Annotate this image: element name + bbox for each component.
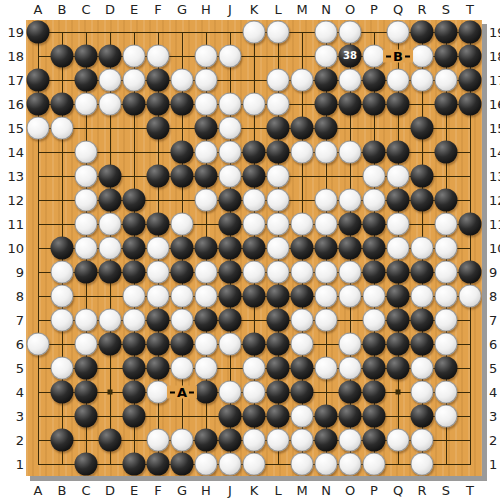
- black-stone: [75, 261, 98, 284]
- row-label-right: 13: [489, 170, 500, 183]
- row-label-right: 8: [489, 290, 497, 303]
- label-dash: [405, 55, 410, 57]
- black-stone: [411, 333, 434, 356]
- black-stone: [219, 261, 242, 284]
- black-stone: [171, 453, 194, 476]
- column-label-bottom: D: [105, 484, 115, 497]
- black-stone: [267, 285, 290, 308]
- white-stone: [435, 405, 458, 428]
- white-stone: [411, 285, 434, 308]
- row-label-left: 11: [7, 218, 24, 231]
- white-stone: [315, 21, 338, 44]
- column-label-top: R: [417, 3, 426, 16]
- black-stone: [363, 237, 386, 260]
- white-stone: [339, 285, 362, 308]
- black-stone: [315, 405, 338, 428]
- column-label-top: L: [274, 3, 281, 16]
- row-label-left: 19: [7, 26, 24, 39]
- white-stone: [339, 261, 362, 284]
- white-stone: [267, 21, 290, 44]
- row-label-right: 3: [489, 410, 497, 423]
- white-stone: [315, 261, 338, 284]
- black-stone: [147, 213, 170, 236]
- move-number-label: 38: [343, 51, 357, 61]
- black-stone: [123, 189, 146, 212]
- row-label-right: 14: [489, 146, 500, 159]
- black-stone: [339, 213, 362, 236]
- black-stone: [99, 261, 122, 284]
- white-stone: [171, 213, 194, 236]
- black-stone: [363, 93, 386, 116]
- column-label-top: E: [130, 3, 138, 16]
- white-stone: [291, 429, 314, 452]
- column-label-bottom: J: [228, 484, 232, 497]
- white-stone: [243, 453, 266, 476]
- row-label-left: 3: [16, 410, 24, 423]
- black-stone: [27, 21, 50, 44]
- white-stone: [147, 237, 170, 260]
- white-stone: [435, 213, 458, 236]
- column-label-bottom: N: [321, 484, 331, 497]
- black-stone: [387, 285, 410, 308]
- white-stone: [435, 261, 458, 284]
- white-stone: [339, 429, 362, 452]
- column-label-top: A: [34, 3, 43, 16]
- black-stone: [171, 333, 194, 356]
- white-stone: [363, 453, 386, 476]
- black-stone: [171, 141, 194, 164]
- black-stone: [315, 93, 338, 116]
- white-stone: [387, 165, 410, 188]
- black-stone: [387, 357, 410, 380]
- white-stone: [51, 357, 74, 380]
- column-label-bottom: P: [370, 484, 378, 497]
- black-stone: [75, 69, 98, 92]
- white-stone: [411, 453, 434, 476]
- black-stone: [291, 117, 314, 140]
- black-stone: [51, 381, 74, 404]
- black-stone: [243, 285, 266, 308]
- white-stone: [219, 165, 242, 188]
- board-shadow-bottom: [30, 476, 482, 481]
- row-label-left: 15: [7, 122, 24, 135]
- black-stone: [171, 237, 194, 260]
- white-stone: [195, 93, 218, 116]
- black-stone: [363, 381, 386, 404]
- black-stone: [147, 93, 170, 116]
- white-stone: [267, 165, 290, 188]
- white-stone: [435, 333, 458, 356]
- white-stone: [99, 213, 122, 236]
- star-point: [108, 390, 113, 395]
- black-stone: [459, 21, 482, 44]
- white-stone: [51, 309, 74, 332]
- black-stone: [339, 237, 362, 260]
- black-stone: [411, 189, 434, 212]
- black-stone: [267, 117, 290, 140]
- white-stone: [195, 45, 218, 68]
- black-stone: [75, 357, 98, 380]
- row-label-left: 18: [7, 50, 24, 63]
- white-stone: [243, 21, 266, 44]
- column-label-top: H: [201, 3, 211, 16]
- black-stone: [51, 237, 74, 260]
- black-stone: [459, 213, 482, 236]
- black-stone: [123, 213, 146, 236]
- white-stone: [315, 189, 338, 212]
- black-stone: [315, 429, 338, 452]
- black-stone: [435, 93, 458, 116]
- white-stone: [219, 117, 242, 140]
- white-stone: [99, 237, 122, 260]
- black-stone: [75, 405, 98, 428]
- label-dash: [189, 391, 194, 393]
- white-stone: [291, 141, 314, 164]
- column-label-top: G: [177, 3, 187, 16]
- black-stone: [411, 21, 434, 44]
- white-stone: [243, 213, 266, 236]
- column-label-bottom: O: [345, 484, 355, 497]
- white-stone: [267, 429, 290, 452]
- black-stone: [339, 381, 362, 404]
- white-stone: [243, 261, 266, 284]
- column-label-bottom: T: [466, 484, 474, 497]
- black-stone: [411, 165, 434, 188]
- white-stone: [363, 285, 386, 308]
- black-stone: [387, 333, 410, 356]
- white-stone: [315, 309, 338, 332]
- black-stone: [459, 45, 482, 68]
- column-label-top: T: [466, 3, 474, 16]
- white-stone: [123, 285, 146, 308]
- white-stone: [411, 45, 434, 68]
- column-label-bottom: S: [442, 484, 450, 497]
- white-stone: [459, 285, 482, 308]
- row-label-right: 1: [489, 458, 497, 471]
- white-stone: [123, 45, 146, 68]
- white-stone: [291, 213, 314, 236]
- black-stone: [459, 261, 482, 284]
- white-stone: [123, 69, 146, 92]
- white-stone: [99, 309, 122, 332]
- black-stone: [363, 429, 386, 452]
- column-label-top: F: [154, 3, 161, 16]
- black-stone: [267, 405, 290, 428]
- white-stone: [387, 21, 410, 44]
- white-stone: [27, 333, 50, 356]
- white-stone: [123, 309, 146, 332]
- row-label-left: 14: [7, 146, 24, 159]
- black-stone: [291, 237, 314, 260]
- black-stone: [123, 381, 146, 404]
- column-label-bottom: A: [34, 484, 43, 497]
- white-stone: [147, 45, 170, 68]
- white-stone: [147, 285, 170, 308]
- column-label-bottom: G: [177, 484, 187, 497]
- white-stone: [75, 333, 98, 356]
- white-stone: [339, 69, 362, 92]
- white-stone: [147, 429, 170, 452]
- black-stone: [243, 165, 266, 188]
- column-label-bottom: L: [274, 484, 281, 497]
- white-stone: [339, 333, 362, 356]
- black-stone: [267, 333, 290, 356]
- black-stone: [219, 429, 242, 452]
- black-stone: [363, 405, 386, 428]
- row-label-right: 16: [489, 98, 500, 111]
- black-stone: [123, 261, 146, 284]
- white-stone: [195, 453, 218, 476]
- black-stone: [99, 429, 122, 452]
- row-label-left: 13: [7, 170, 24, 183]
- white-stone: [219, 381, 242, 404]
- column-label-bottom: E: [130, 484, 138, 497]
- white-stone: [195, 285, 218, 308]
- white-stone: [51, 261, 74, 284]
- white-stone: [195, 261, 218, 284]
- black-stone: [363, 141, 386, 164]
- row-label-right: 10: [489, 242, 500, 255]
- white-stone: [219, 93, 242, 116]
- black-stone: [99, 45, 122, 68]
- black-stone: [243, 237, 266, 260]
- black-stone: [123, 405, 146, 428]
- black-stone: [411, 309, 434, 332]
- row-label-right: 6: [489, 338, 497, 351]
- column-label-bottom: F: [154, 484, 161, 497]
- label-dash: [386, 55, 391, 57]
- white-stone: [27, 117, 50, 140]
- white-stone: [387, 237, 410, 260]
- black-stone: [195, 309, 218, 332]
- white-stone: [435, 237, 458, 260]
- point-letter-label: A: [167, 386, 197, 399]
- black-stone: [123, 333, 146, 356]
- label-text: B: [393, 49, 403, 64]
- column-label-bottom: Q: [393, 484, 403, 497]
- white-stone: [411, 237, 434, 260]
- black-stone: [411, 261, 434, 284]
- white-stone: [267, 213, 290, 236]
- black-stone: [267, 141, 290, 164]
- column-label-top: J: [228, 3, 232, 16]
- white-stone: [339, 189, 362, 212]
- white-stone: [291, 333, 314, 356]
- black-stone: [123, 93, 146, 116]
- white-stone: [363, 309, 386, 332]
- column-label-top: M: [296, 3, 307, 16]
- white-stone: [291, 309, 314, 332]
- row-label-left: 16: [7, 98, 24, 111]
- black-stone: [411, 117, 434, 140]
- black-stone: [411, 405, 434, 428]
- column-label-top: Q: [393, 3, 403, 16]
- row-label-left: 9: [16, 266, 24, 279]
- black-stone: [75, 45, 98, 68]
- white-stone: [315, 453, 338, 476]
- black-stone: [339, 93, 362, 116]
- black-stone: [243, 405, 266, 428]
- black-stone: [147, 333, 170, 356]
- black-stone: [27, 69, 50, 92]
- row-label-right: 18: [489, 50, 500, 63]
- black-stone: [267, 309, 290, 332]
- white-stone: [267, 261, 290, 284]
- white-stone: [387, 213, 410, 236]
- black-stone: [195, 381, 218, 404]
- row-label-right: 5: [489, 362, 497, 375]
- black-stone: [147, 69, 170, 92]
- row-label-left: 6: [16, 338, 24, 351]
- white-stone: [315, 213, 338, 236]
- white-stone: [171, 285, 194, 308]
- column-label-bottom: H: [201, 484, 211, 497]
- white-stone: [51, 285, 74, 308]
- white-stone: [99, 69, 122, 92]
- black-stone: [195, 165, 218, 188]
- row-label-right: 17: [489, 74, 500, 87]
- column-label-top: B: [58, 3, 67, 16]
- black-stone: [435, 357, 458, 380]
- star-point: [396, 390, 401, 395]
- white-stone: [315, 285, 338, 308]
- white-stone: [291, 453, 314, 476]
- point-letter-label: B: [383, 50, 413, 63]
- row-label-left: 7: [16, 314, 24, 327]
- white-stone: [267, 237, 290, 260]
- row-label-right: 15: [489, 122, 500, 135]
- row-label-right: 12: [489, 194, 500, 207]
- white-stone: [195, 69, 218, 92]
- column-label-bottom: K: [250, 484, 259, 497]
- column-label-bottom: R: [417, 484, 426, 497]
- black-stone: [99, 333, 122, 356]
- white-stone: [75, 309, 98, 332]
- white-stone: [411, 69, 434, 92]
- white-stone: [267, 189, 290, 212]
- black-stone: [435, 21, 458, 44]
- white-stone: [75, 141, 98, 164]
- white-stone: [243, 381, 266, 404]
- white-stone: [243, 93, 266, 116]
- row-label-left: 2: [16, 434, 24, 447]
- black-stone: [243, 333, 266, 356]
- black-stone: [195, 117, 218, 140]
- white-stone: [147, 261, 170, 284]
- row-label-left: 5: [16, 362, 24, 375]
- column-label-bottom: C: [81, 484, 90, 497]
- black-stone: [99, 165, 122, 188]
- black-stone: [387, 141, 410, 164]
- row-label-left: 17: [7, 74, 24, 87]
- black-stone: [267, 381, 290, 404]
- white-stone: [339, 141, 362, 164]
- black-stone: [219, 309, 242, 332]
- white-stone: [99, 93, 122, 116]
- black-stone: [171, 165, 194, 188]
- black-stone: [243, 141, 266, 164]
- white-stone: [435, 69, 458, 92]
- white-stone: [219, 141, 242, 164]
- black-stone: [195, 237, 218, 260]
- white-stone: [411, 357, 434, 380]
- black-stone: [435, 189, 458, 212]
- column-label-bottom: M: [296, 484, 307, 497]
- black-stone: [147, 453, 170, 476]
- black-stone: [195, 429, 218, 452]
- row-label-right: 19: [489, 26, 500, 39]
- black-stone: [459, 69, 482, 92]
- black-stone: [315, 237, 338, 260]
- black-stone: [75, 381, 98, 404]
- black-stone: [219, 285, 242, 308]
- white-stone: [171, 69, 194, 92]
- go-game-page: ABCDEFGHJKLMNOPQRST ABCDEFGHJKLMNOPQRST …: [0, 0, 500, 500]
- black-stone: [363, 213, 386, 236]
- column-label-top: P: [370, 3, 378, 16]
- column-label-top: D: [105, 3, 115, 16]
- black-stone: [123, 237, 146, 260]
- black-stone: [363, 69, 386, 92]
- row-label-left: 10: [7, 242, 24, 255]
- white-stone: [195, 357, 218, 380]
- white-stone: [339, 21, 362, 44]
- black-stone: [219, 189, 242, 212]
- row-label-left: 8: [16, 290, 24, 303]
- column-label-top: K: [250, 3, 259, 16]
- white-stone: [171, 429, 194, 452]
- white-stone: [411, 381, 434, 404]
- white-stone: [195, 333, 218, 356]
- column-label-top: S: [442, 3, 450, 16]
- black-stone: [27, 93, 50, 116]
- column-label-bottom: B: [58, 484, 67, 497]
- black-stone: [363, 261, 386, 284]
- white-stone: [387, 69, 410, 92]
- row-label-right: 9: [489, 266, 497, 279]
- black-stone: [171, 261, 194, 284]
- black-stone: [387, 261, 410, 284]
- row-label-right: 4: [489, 386, 497, 399]
- white-stone: [75, 93, 98, 116]
- white-stone: [315, 141, 338, 164]
- white-stone: [291, 69, 314, 92]
- white-stone: [195, 141, 218, 164]
- white-stone: [291, 405, 314, 428]
- white-stone: [75, 189, 98, 212]
- white-stone: [435, 309, 458, 332]
- white-stone: [315, 45, 338, 68]
- white-stone: [171, 309, 194, 332]
- black-stone: [291, 357, 314, 380]
- row-label-left: 1: [16, 458, 24, 471]
- white-stone: [219, 333, 242, 356]
- white-stone: [195, 189, 218, 212]
- white-stone: [51, 117, 74, 140]
- label-dash: [170, 391, 175, 393]
- black-stone: [267, 357, 290, 380]
- row-label-right: 2: [489, 434, 497, 447]
- white-stone: [171, 357, 194, 380]
- black-stone: [387, 93, 410, 116]
- black-stone: [387, 309, 410, 332]
- black-stone: [147, 357, 170, 380]
- white-stone: [435, 381, 458, 404]
- row-label-right: 11: [489, 218, 500, 231]
- go-board[interactable]: 38BA: [26, 20, 482, 476]
- black-stone: [75, 453, 98, 476]
- black-stone: [99, 189, 122, 212]
